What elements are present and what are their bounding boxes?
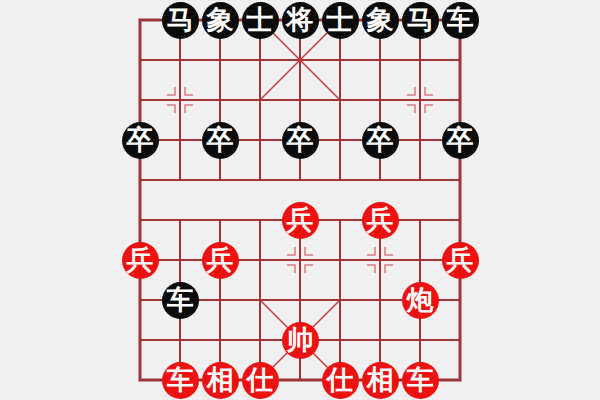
piece-glyph: 兵: [447, 246, 474, 273]
piece-glyph: 卒: [287, 126, 314, 153]
piece-glyph: 马: [167, 6, 194, 33]
piece-glyph: 相: [367, 366, 394, 393]
piece-glyph: 士: [247, 6, 274, 33]
piece-black-horse[interactable]: 马: [402, 2, 439, 39]
piece-glyph: 炮: [407, 286, 434, 313]
piece-glyph: 车: [447, 6, 474, 33]
piece-red-pawn[interactable]: 兵: [202, 242, 239, 279]
piece-glyph: 卒: [447, 126, 474, 153]
piece-glyph: 卒: [207, 126, 234, 153]
piece-grid[interactable]: 马象士将士象马车卒卒卒卒卒兵兵兵兵兵车炮帅车相仕仕相车: [120, 0, 480, 400]
piece-red-pawn[interactable]: 兵: [362, 202, 399, 239]
piece-glyph: 卒: [367, 126, 394, 153]
piece-glyph: 兵: [367, 206, 394, 233]
piece-black-pawn[interactable]: 卒: [282, 122, 319, 159]
piece-glyph: 相: [207, 366, 234, 393]
piece-glyph: 兵: [207, 246, 234, 273]
piece-black-horse[interactable]: 马: [162, 2, 199, 39]
piece-glyph: 仕: [327, 366, 354, 393]
xiangqi-board: 马象士将士象马车卒卒卒卒卒兵兵兵兵兵车炮帅车相仕仕相车: [0, 0, 600, 400]
piece-black-rook[interactable]: 车: [162, 282, 199, 319]
piece-glyph: 仕: [247, 366, 274, 393]
piece-glyph: 兵: [127, 246, 154, 273]
piece-black-pawn[interactable]: 卒: [442, 122, 479, 159]
piece-glyph: 象: [367, 6, 394, 33]
piece-glyph: 卒: [127, 126, 154, 153]
piece-red-advisor[interactable]: 仕: [242, 362, 279, 399]
piece-red-pawn[interactable]: 兵: [122, 242, 159, 279]
piece-glyph: 象: [207, 6, 234, 33]
piece-glyph: 士: [327, 6, 354, 33]
piece-glyph: 将: [287, 6, 314, 33]
piece-red-pawn[interactable]: 兵: [442, 242, 479, 279]
piece-black-pawn[interactable]: 卒: [202, 122, 239, 159]
piece-glyph: 帅: [287, 326, 314, 353]
piece-red-cannon[interactable]: 炮: [402, 282, 439, 319]
piece-black-pawn[interactable]: 卒: [362, 122, 399, 159]
piece-black-elephant[interactable]: 象: [362, 2, 399, 39]
piece-glyph: 车: [407, 366, 434, 393]
piece-black-rook[interactable]: 车: [442, 2, 479, 39]
piece-glyph: 车: [167, 286, 194, 313]
piece-black-pawn[interactable]: 卒: [122, 122, 159, 159]
piece-red-rook[interactable]: 车: [402, 362, 439, 399]
piece-glyph: 兵: [287, 206, 314, 233]
piece-red-rook[interactable]: 车: [162, 362, 199, 399]
piece-red-advisor[interactable]: 仕: [322, 362, 359, 399]
piece-red-king[interactable]: 帅: [282, 322, 319, 359]
piece-red-pawn[interactable]: 兵: [282, 202, 319, 239]
piece-black-advisor[interactable]: 士: [242, 2, 279, 39]
piece-glyph: 车: [167, 366, 194, 393]
piece-black-advisor[interactable]: 士: [322, 2, 359, 39]
piece-black-elephant[interactable]: 象: [202, 2, 239, 39]
piece-red-elephant[interactable]: 相: [202, 362, 239, 399]
piece-black-king[interactable]: 将: [282, 2, 319, 39]
piece-glyph: 马: [407, 6, 434, 33]
piece-red-elephant[interactable]: 相: [362, 362, 399, 399]
